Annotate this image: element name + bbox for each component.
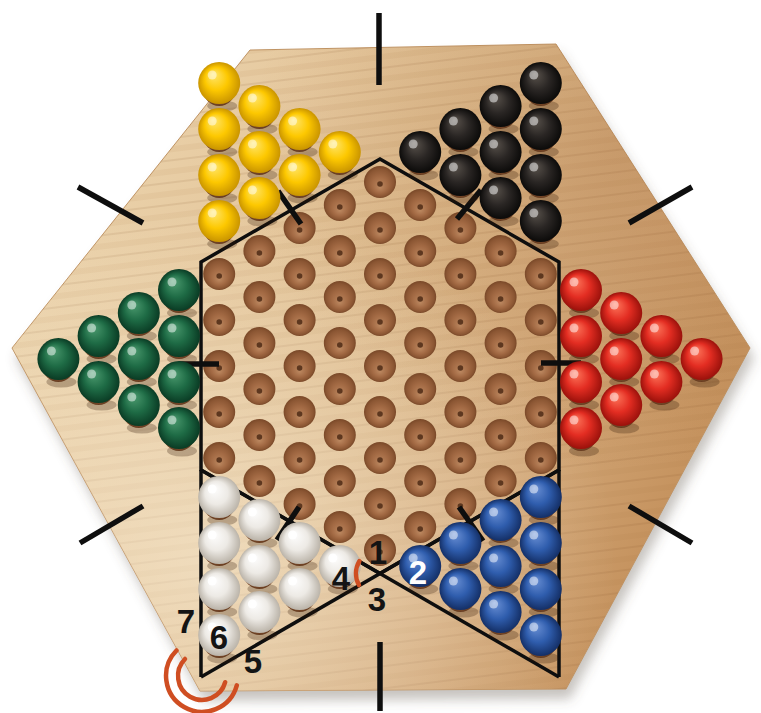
marble-black [520, 200, 562, 242]
hole-center-dot [257, 388, 263, 394]
marble-red [560, 407, 602, 449]
marble-blue [439, 568, 481, 610]
marble-highlight [127, 347, 136, 356]
marble-yellow [198, 62, 240, 104]
angle-label-6: 6 [210, 619, 228, 656]
marble-highlight [489, 186, 498, 195]
hole-center-dot [337, 388, 343, 394]
marble-highlight [168, 370, 177, 379]
hole-center-dot [297, 457, 303, 463]
marble-red [600, 292, 642, 334]
hole-center-dot [538, 457, 544, 463]
marble-black [480, 131, 522, 173]
marble-yellow [198, 108, 240, 150]
hole-center-dot [458, 411, 464, 417]
marble-yellow [198, 154, 240, 196]
chinese-checkers-board-photo: 1234567 [0, 0, 761, 713]
marble-highlight [489, 140, 498, 149]
marble-green [78, 361, 120, 403]
hole-center-dot [297, 411, 303, 417]
marble-highlight [529, 577, 538, 586]
marble-highlight [248, 508, 257, 517]
marble-highlight [489, 94, 498, 103]
hole-center-dot [377, 273, 383, 279]
hole-center-dot [498, 250, 504, 256]
hole-center-dot [377, 181, 383, 187]
marble-highlight [248, 186, 257, 195]
hole-center-dot [417, 526, 423, 532]
hole-center-dot [417, 204, 423, 210]
marble-blue [480, 591, 522, 633]
marble-white [279, 522, 321, 564]
marble-highlight [208, 485, 217, 494]
marble-highlight [127, 301, 136, 310]
marble-highlight [449, 577, 458, 586]
hole-center-dot [538, 273, 544, 279]
marble-highlight [248, 94, 257, 103]
hole-center-dot [216, 319, 222, 325]
marble-highlight [570, 324, 579, 333]
marble-black [520, 154, 562, 196]
hole-center-dot [498, 342, 504, 348]
marble-yellow [238, 85, 280, 127]
hole-center-dot [377, 319, 383, 325]
marble-white [238, 591, 280, 633]
marble-highlight [168, 324, 177, 333]
angle-label-1: 1 [369, 534, 387, 571]
hole-center-dot [337, 296, 343, 302]
marble-highlight [610, 301, 619, 310]
hole-center-dot [458, 273, 464, 279]
marble-highlight [87, 324, 96, 333]
marble-yellow [279, 108, 321, 150]
marble-highlight [489, 554, 498, 563]
marble-highlight [690, 347, 699, 356]
hole-center-dot [538, 365, 544, 371]
hole-center-dot [498, 480, 504, 486]
marble-highlight [650, 370, 659, 379]
marble-blue [520, 568, 562, 610]
hole-center-dot [417, 480, 423, 486]
marble-green [158, 269, 200, 311]
hole-center-dot [498, 388, 504, 394]
hole-center-dot [458, 365, 464, 371]
marble-white [279, 568, 321, 610]
marble-highlight [610, 347, 619, 356]
hole-center-dot [337, 434, 343, 440]
marble-highlight [208, 71, 217, 80]
marble-highlight [168, 278, 177, 287]
marble-yellow [198, 200, 240, 242]
marble-highlight [449, 117, 458, 126]
marble-highlight [529, 163, 538, 172]
hole-center-dot [417, 250, 423, 256]
hole-center-dot [377, 365, 383, 371]
marble-highlight [288, 577, 297, 586]
hole-center-dot [337, 526, 343, 532]
marble-highlight [87, 370, 96, 379]
marble-green [78, 315, 120, 357]
marble-blue [480, 545, 522, 587]
angle-label-7: 7 [177, 603, 195, 640]
hole-center-dot [297, 273, 303, 279]
angle-label-3: 3 [368, 581, 386, 618]
hole-center-dot [417, 434, 423, 440]
hole-center-dot [297, 227, 303, 233]
marble-white [238, 499, 280, 541]
marble-yellow [238, 177, 280, 219]
marble-green [118, 292, 160, 334]
marble-red [681, 338, 723, 380]
marble-green [158, 407, 200, 449]
marble-green [158, 315, 200, 357]
marble-yellow [279, 154, 321, 196]
marble-highlight [529, 531, 538, 540]
angle-label-4: 4 [332, 560, 351, 597]
marble-highlight [168, 416, 177, 425]
marble-highlight [208, 163, 217, 172]
hole-center-dot [337, 342, 343, 348]
hole-center-dot [538, 411, 544, 417]
hole-center-dot [377, 457, 383, 463]
marble-highlight [529, 485, 538, 494]
marble-highlight [248, 600, 257, 609]
marble-black [399, 131, 441, 173]
marble-black [439, 154, 481, 196]
marble-highlight [328, 140, 337, 149]
marble-highlight [208, 209, 217, 218]
hole-center-dot [216, 411, 222, 417]
marble-red [640, 315, 682, 357]
hole-center-dot [417, 342, 423, 348]
marble-blue [480, 499, 522, 541]
marble-highlight [288, 117, 297, 126]
hole-center-dot [337, 250, 343, 256]
hole-center-dot [377, 503, 383, 509]
marble-highlight [208, 577, 217, 586]
hole-center-dot [257, 480, 263, 486]
marble-highlight [529, 623, 538, 632]
marble-highlight [529, 209, 538, 218]
hole-center-dot [458, 319, 464, 325]
marble-highlight [650, 324, 659, 333]
hole-center-dot [417, 296, 423, 302]
hole-center-dot [257, 434, 263, 440]
marble-green [118, 338, 160, 380]
marble-red [560, 315, 602, 357]
marble-blue [439, 522, 481, 564]
marble-red [640, 361, 682, 403]
marble-highlight [409, 140, 418, 149]
marble-highlight [449, 163, 458, 172]
hole-center-dot [417, 388, 423, 394]
marble-highlight [529, 71, 538, 80]
marble-black [480, 177, 522, 219]
marble-black [439, 108, 481, 150]
marble-red [560, 361, 602, 403]
hole-center-dot [257, 296, 263, 302]
marble-highlight [449, 531, 458, 540]
hole-center-dot [216, 457, 222, 463]
hole-center-dot [297, 319, 303, 325]
hole-center-dot [498, 296, 504, 302]
marble-yellow [319, 131, 361, 173]
marble-red [600, 338, 642, 380]
marble-white [198, 476, 240, 518]
marble-highlight [570, 370, 579, 379]
angle-label-2: 2 [409, 554, 427, 591]
screenshot-root: 1234567 [0, 0, 761, 713]
marble-black [480, 85, 522, 127]
marble-highlight [208, 531, 217, 540]
marble-white [238, 545, 280, 587]
hole-center-dot [377, 411, 383, 417]
marble-blue [520, 476, 562, 518]
hole-center-dot [257, 250, 263, 256]
marble-highlight [288, 163, 297, 172]
marble-green [158, 361, 200, 403]
marble-highlight [248, 554, 257, 563]
marble-highlight [208, 117, 217, 126]
marble-highlight [610, 393, 619, 402]
marble-yellow [238, 131, 280, 173]
angle-label-5: 5 [244, 643, 262, 680]
marble-highlight [570, 416, 579, 425]
marble-green [118, 384, 160, 426]
hole-center-dot [538, 319, 544, 325]
marble-white [198, 568, 240, 610]
hole-center-dot [458, 227, 464, 233]
marble-highlight [288, 531, 297, 540]
marble-highlight [489, 508, 498, 517]
marble-blue [520, 614, 562, 656]
marble-highlight [248, 140, 257, 149]
marble-highlight [127, 393, 136, 402]
hole-center-dot [337, 480, 343, 486]
marble-blue [520, 522, 562, 564]
marble-red [600, 384, 642, 426]
hole-center-dot [377, 227, 383, 233]
marble-red [560, 269, 602, 311]
marble-black [520, 62, 562, 104]
hole-center-dot [458, 457, 464, 463]
hole-center-dot [297, 365, 303, 371]
marble-highlight [489, 600, 498, 609]
marble-green [37, 338, 79, 380]
marble-highlight [529, 117, 538, 126]
hole-center-dot [216, 273, 222, 279]
hole-center-dot [337, 204, 343, 210]
hole-center-dot [257, 342, 263, 348]
marble-highlight [47, 347, 56, 356]
hole-center-dot [498, 434, 504, 440]
marble-white [198, 522, 240, 564]
marble-black [520, 108, 562, 150]
marble-highlight [570, 278, 579, 287]
